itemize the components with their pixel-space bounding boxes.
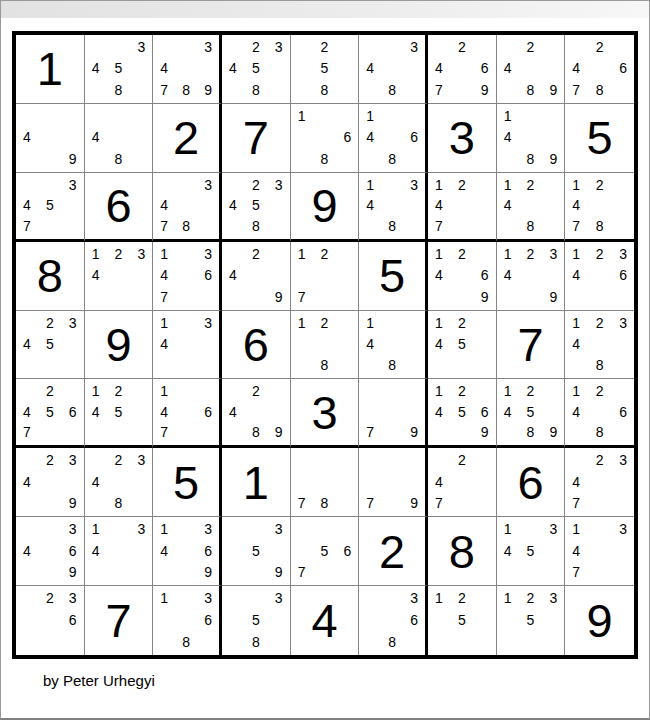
pencil-mark: 1: [298, 109, 306, 123]
cell-r9c8[interactable]: 1235: [497, 586, 566, 655]
pencil-mark: 9: [481, 83, 489, 97]
pencil-mark: 2: [458, 247, 466, 261]
top-bar: [1, 1, 649, 18]
pencil-mark: 1: [572, 247, 580, 261]
pencil-marks: 124569: [428, 379, 496, 445]
pencil-marks: 1348: [359, 173, 425, 239]
pencil-mark: 8: [321, 83, 329, 97]
pencil-mark: 8: [596, 358, 604, 372]
pencil-marks: 24679: [428, 35, 496, 103]
cell-r4c1[interactable]: 8: [16, 242, 85, 311]
pencil-mark: 1: [298, 247, 306, 261]
pencil-marks: 2345: [16, 311, 84, 379]
pencil-mark: 4: [435, 61, 443, 75]
pencil-mark: 4: [504, 405, 512, 419]
big-digit: 8: [37, 252, 63, 299]
cell-r9c1[interactable]: 236: [16, 586, 85, 655]
pencil-mark: 8: [527, 152, 535, 166]
attribution-text: by Peter Urhegyi: [43, 672, 155, 689]
pencil-mark: 1: [572, 178, 580, 192]
pencil-mark: 8: [596, 219, 604, 233]
cell-r6c3[interactable]: 1467: [153, 379, 222, 448]
cell-r9c4[interactable]: 358: [222, 586, 291, 655]
cell-r8c4[interactable]: 359: [222, 517, 291, 586]
cell-r4c4[interactable]: 249: [222, 242, 291, 311]
pencil-mark: 4: [92, 544, 100, 558]
cell-r6c9[interactable]: 12468: [565, 379, 634, 448]
cell-r7c7[interactable]: 247: [428, 448, 497, 517]
cell-r6c7[interactable]: 124569: [428, 379, 497, 448]
pencil-mark: 4: [572, 337, 580, 351]
pencil-mark: 2: [252, 384, 260, 398]
pencil-mark: 4: [160, 337, 168, 351]
pencil-mark: 2: [115, 453, 123, 467]
cell-r4c2[interactable]: 1234: [85, 242, 154, 311]
pencil-marks: 2348: [85, 448, 153, 516]
pencil-mark: 3: [619, 316, 627, 330]
cell-r3c9[interactable]: 12478: [565, 173, 634, 242]
pencil-mark: 8: [182, 83, 190, 97]
pencil-marks: 127: [291, 242, 359, 310]
pencil-mark: 5: [458, 337, 466, 351]
cell-r7c2[interactable]: 2348: [85, 448, 154, 517]
cell-r7c4[interactable]: 1: [222, 448, 291, 517]
pencil-mark: 2: [527, 247, 535, 261]
pencil-mark: 1: [572, 316, 580, 330]
pencil-mark: 1: [160, 384, 168, 398]
pencil-mark: 1: [572, 522, 580, 536]
cell-r5c9[interactable]: 12348: [565, 311, 634, 380]
pencil-mark: 2: [527, 178, 535, 192]
cell-r8c9[interactable]: 1347: [565, 517, 634, 586]
cell-r8c7[interactable]: 8: [428, 517, 497, 586]
pencil-mark: 8: [388, 219, 396, 233]
pencil-marks: 1234: [85, 242, 153, 310]
pencil-mark: 5: [115, 405, 123, 419]
cell-r7c8[interactable]: 6: [497, 448, 566, 517]
pencil-marks: 2347: [565, 448, 634, 516]
pencil-mark: 9: [550, 425, 558, 439]
cell-r4c3[interactable]: 13467: [153, 242, 222, 311]
pencil-marks: 1468: [359, 104, 425, 172]
cell-r7c5[interactable]: 78: [291, 448, 360, 517]
pencil-mark: 3: [410, 591, 418, 605]
cell-r5c5[interactable]: 128: [291, 311, 360, 380]
big-digit: 7: [517, 321, 543, 368]
cell-r4c7[interactable]: 12469: [428, 242, 497, 311]
big-digit: 2: [173, 114, 199, 161]
pencil-mark: 1: [572, 384, 580, 398]
pencil-marks: 247: [428, 448, 496, 516]
pencil-mark: 8: [388, 152, 396, 166]
cell-r3c2[interactable]: 6: [85, 173, 154, 242]
pencil-mark: 9: [275, 290, 283, 304]
pencil-mark: 3: [550, 247, 558, 261]
pencil-mark: 2: [321, 247, 329, 261]
cell-r8c2[interactable]: 134: [85, 517, 154, 586]
pencil-mark: 5: [252, 544, 260, 558]
cell-r1c6[interactable]: 348: [359, 35, 428, 104]
pencil-marks: 23458: [222, 35, 290, 103]
pencil-mark: 4: [366, 61, 374, 75]
pencil-mark: 4: [435, 475, 443, 489]
pencil-mark: 4: [366, 337, 374, 351]
pencil-mark: 9: [410, 496, 418, 510]
pencil-mark: 2: [527, 40, 535, 54]
cell-r2c3[interactable]: 2: [153, 104, 222, 173]
pencil-marks: 1248: [497, 173, 565, 239]
big-digit: 5: [587, 114, 613, 161]
pencil-mark: 2: [321, 316, 329, 330]
pencil-marks: 348: [359, 35, 425, 103]
pencil-mark: 4: [572, 475, 580, 489]
pencil-mark: 7: [435, 496, 443, 510]
pencil-mark: 4: [435, 405, 443, 419]
pencil-mark: 2: [321, 40, 329, 54]
pencil-mark: 6: [204, 544, 212, 558]
pencil-mark: 4: [160, 544, 168, 558]
pencil-mark: 2: [596, 178, 604, 192]
pencil-mark: 2: [458, 40, 466, 54]
pencil-marks: 12468: [565, 379, 634, 445]
pencil-mark: 4: [160, 61, 168, 75]
cell-r5c4[interactable]: 6: [222, 311, 291, 380]
pencil-mark: 4: [92, 130, 100, 144]
cell-r6c2[interactable]: 1245: [85, 379, 154, 448]
pencil-marks: 128: [291, 311, 359, 379]
pencil-mark: 7: [572, 496, 580, 510]
pencil-marks: 23458: [222, 173, 290, 239]
cell-r2c9[interactable]: 5: [565, 104, 634, 173]
pencil-mark: 8: [252, 219, 260, 233]
pencil-mark: 1: [504, 591, 512, 605]
pencil-mark: 1: [366, 178, 374, 192]
cell-r6c1[interactable]: 24567: [16, 379, 85, 448]
pencil-mark: 5: [252, 613, 260, 627]
cell-r2c8[interactable]: 1489: [497, 104, 566, 173]
pencil-mark: 5: [321, 61, 329, 75]
pencil-marks: 3458: [85, 35, 153, 103]
pencil-marks: 148: [359, 311, 425, 379]
cell-r7c1[interactable]: 2349: [16, 448, 85, 517]
pencil-mark: 9: [481, 425, 489, 439]
pencil-mark: 2: [46, 316, 54, 330]
pencil-mark: 5: [458, 613, 466, 627]
pencil-mark: 8: [115, 152, 123, 166]
cell-r3c3[interactable]: 3478: [153, 173, 222, 242]
cell-r8c6[interactable]: 2: [359, 517, 428, 586]
cell-r6c4[interactable]: 2489: [222, 379, 291, 448]
cell-r1c7[interactable]: 24679: [428, 35, 497, 104]
pencil-mark: 3: [204, 316, 212, 330]
cell-r3c6[interactable]: 1348: [359, 173, 428, 242]
pencil-mark: 6: [69, 544, 77, 558]
cell-r4c9[interactable]: 12346: [565, 242, 634, 311]
pencil-marks: 134: [85, 517, 153, 585]
pencil-mark: 5: [527, 613, 535, 627]
pencil-mark: 4: [435, 268, 443, 282]
big-digit: 3: [311, 389, 337, 436]
big-digit: 9: [105, 321, 131, 368]
pencil-mark: 8: [321, 358, 329, 372]
pencil-mark: 3: [204, 40, 212, 54]
pencil-mark: 2: [596, 316, 604, 330]
pencil-mark: 6: [344, 544, 352, 558]
cell-r8c5[interactable]: 567: [291, 517, 360, 586]
pencil-mark: 9: [204, 565, 212, 579]
pencil-marks: 1247: [428, 173, 496, 239]
pencil-mark: 1: [435, 591, 443, 605]
pencil-marks: 1489: [497, 104, 565, 172]
pencil-mark: 2: [115, 384, 123, 398]
pencil-mark: 6: [481, 268, 489, 282]
cell-r2c4[interactable]: 7: [222, 104, 291, 173]
cell-r2c2[interactable]: 48: [85, 104, 154, 173]
pencil-mark: 4: [572, 544, 580, 558]
pencil-mark: 6: [481, 405, 489, 419]
pencil-mark: 9: [69, 565, 77, 579]
pencil-marks: 358: [222, 586, 290, 655]
pencil-mark: 7: [160, 425, 168, 439]
pencil-marks: 236: [16, 586, 84, 655]
pencil-mark: 2: [527, 384, 535, 398]
cell-r2c1[interactable]: 49: [16, 104, 85, 173]
pencil-mark: 4: [160, 198, 168, 212]
big-digit: 6: [105, 182, 131, 229]
pencil-mark: 1: [160, 591, 168, 605]
big-digit: 1: [243, 459, 269, 506]
pencil-mark: 6: [619, 268, 627, 282]
pencil-marks: 12478: [565, 173, 634, 239]
pencil-mark: 4: [23, 475, 31, 489]
pencil-mark: 7: [435, 83, 443, 97]
pencil-mark: 6: [410, 613, 418, 627]
pencil-mark: 2: [252, 178, 260, 192]
pencil-mark: 4: [435, 198, 443, 212]
cell-r1c8[interactable]: 2489: [497, 35, 566, 104]
big-digit: 9: [311, 182, 337, 229]
pencil-mark: 2: [252, 40, 260, 54]
cell-r6c8[interactable]: 124589: [497, 379, 566, 448]
pencil-mark: 2: [46, 453, 54, 467]
pencil-mark: 9: [550, 152, 558, 166]
pencil-marks: 2349: [16, 448, 84, 516]
pencil-marks: 1245: [428, 311, 496, 379]
cell-r1c9[interactable]: 24678: [565, 35, 634, 104]
pencil-marks: 79: [359, 379, 425, 445]
pencil-mark: 5: [46, 337, 54, 351]
cell-r3c5[interactable]: 9: [291, 173, 360, 242]
cell-r1c5[interactable]: 258: [291, 35, 360, 104]
pencil-mark: 4: [23, 405, 31, 419]
pencil-mark: 8: [388, 358, 396, 372]
cell-r5c3[interactable]: 134: [153, 311, 222, 380]
pencil-marks: 13469: [153, 517, 219, 585]
pencil-mark: 7: [23, 219, 31, 233]
pencil-mark: 7: [160, 290, 168, 304]
pencil-marks: 24567: [16, 379, 84, 445]
pencil-marks: 3478: [153, 173, 219, 239]
pencil-mark: 1: [298, 316, 306, 330]
pencil-mark: 3: [550, 522, 558, 536]
pencil-mark: 4: [504, 61, 512, 75]
cell-r3c1[interactable]: 3457: [16, 173, 85, 242]
cell-r3c8[interactable]: 1248: [497, 173, 566, 242]
cell-r5c6[interactable]: 148: [359, 311, 428, 380]
pencil-mark: 7: [366, 496, 374, 510]
pencil-mark: 6: [410, 130, 418, 144]
pencil-mark: 1: [504, 247, 512, 261]
pencil-mark: 5: [46, 405, 54, 419]
cell-r4c6[interactable]: 5: [359, 242, 428, 311]
pencil-mark: 3: [619, 247, 627, 261]
pencil-mark: 5: [458, 405, 466, 419]
pencil-mark: 3: [275, 591, 283, 605]
big-digit: 7: [243, 114, 269, 161]
sudoku-board: 1345834789234582583482467924892467849482…: [12, 31, 638, 659]
pencil-marks: 124589: [497, 379, 565, 445]
cell-r5c1[interactable]: 2345: [16, 311, 85, 380]
pencil-mark: 7: [435, 219, 443, 233]
pencil-mark: 4: [366, 130, 374, 144]
cell-r8c3[interactable]: 13469: [153, 517, 222, 586]
pencil-mark: 3: [275, 40, 283, 54]
cell-r9c6[interactable]: 368: [359, 586, 428, 655]
cell-r5c8[interactable]: 7: [497, 311, 566, 380]
pencil-mark: 3: [138, 40, 146, 54]
pencil-mark: 8: [527, 219, 535, 233]
pencil-mark: 8: [182, 635, 190, 649]
cell-r6c5[interactable]: 3: [291, 379, 360, 448]
cell-r9c3[interactable]: 1368: [153, 586, 222, 655]
big-digit: 4: [311, 597, 337, 644]
cell-r8c8[interactable]: 1345: [497, 517, 566, 586]
pencil-marks: 34789: [153, 35, 219, 103]
cell-r4c5[interactable]: 127: [291, 242, 360, 311]
cell-r5c7[interactable]: 1245: [428, 311, 497, 380]
pencil-mark: 1: [435, 178, 443, 192]
pencil-marks: 125: [428, 586, 496, 655]
pencil-mark: 2: [46, 591, 54, 605]
pencil-mark: 4: [23, 198, 31, 212]
cell-r8c1[interactable]: 3469: [16, 517, 85, 586]
cell-r9c7[interactable]: 125: [428, 586, 497, 655]
pencil-mark: 4: [23, 544, 31, 558]
pencil-mark: 8: [115, 83, 123, 97]
cell-r1c2[interactable]: 3458: [85, 35, 154, 104]
pencil-mark: 9: [204, 83, 212, 97]
pencil-mark: 6: [204, 613, 212, 627]
pencil-marks: 78: [291, 448, 359, 516]
cell-r2c6[interactable]: 1468: [359, 104, 428, 173]
pencil-mark: 1: [504, 109, 512, 123]
cell-r9c5[interactable]: 4: [291, 586, 360, 655]
cell-r9c9[interactable]: 9: [565, 586, 634, 655]
pencil-mark: 7: [23, 425, 31, 439]
pencil-marks: 12349: [497, 242, 565, 310]
cell-r7c9[interactable]: 2347: [565, 448, 634, 517]
pencil-mark: 8: [252, 425, 260, 439]
pencil-marks: 13467: [153, 242, 219, 310]
big-digit: 5: [173, 459, 199, 506]
pencil-mark: 2: [458, 453, 466, 467]
pencil-mark: 3: [69, 453, 77, 467]
pencil-mark: 3: [410, 40, 418, 54]
cell-r1c1[interactable]: 1: [16, 35, 85, 104]
cell-r6c6[interactable]: 79: [359, 379, 428, 448]
pencil-mark: 4: [92, 268, 100, 282]
pencil-marks: 12346: [565, 242, 634, 310]
cell-r2c5[interactable]: 168: [291, 104, 360, 173]
pencil-mark: 4: [160, 405, 168, 419]
pencil-marks: 1345: [497, 517, 565, 585]
pencil-mark: 3: [138, 522, 146, 536]
pencil-mark: 9: [410, 425, 418, 439]
cell-r7c6[interactable]: 79: [359, 448, 428, 517]
cell-r3c4[interactable]: 23458: [222, 173, 291, 242]
big-digit: 7: [105, 597, 131, 644]
pencil-mark: 6: [204, 405, 212, 419]
pencil-mark: 7: [298, 565, 306, 579]
pencil-mark: 8: [596, 83, 604, 97]
pencil-mark: 2: [596, 384, 604, 398]
pencil-mark: 3: [275, 178, 283, 192]
pencil-marks: 249: [222, 242, 290, 310]
pencil-mark: 9: [481, 290, 489, 304]
cell-r1c4[interactable]: 23458: [222, 35, 291, 104]
pencil-mark: 1: [160, 522, 168, 536]
big-digit: 1: [37, 45, 63, 92]
pencil-mark: 6: [344, 130, 352, 144]
pencil-mark: 8: [388, 635, 396, 649]
sudoku-page: { "game": "sudoku", "position": "1000000…: [0, 0, 650, 720]
pencil-mark: 3: [410, 178, 418, 192]
pencil-mark: 9: [275, 565, 283, 579]
pencil-marks: 258: [291, 35, 359, 103]
big-digit: 6: [243, 321, 269, 368]
cell-r1c3[interactable]: 34789: [153, 35, 222, 104]
pencil-mark: 8: [252, 635, 260, 649]
pencil-mark: 9: [275, 425, 283, 439]
pencil-mark: 2: [527, 591, 535, 605]
big-digit: 8: [449, 528, 475, 575]
cell-r4c8[interactable]: 12349: [497, 242, 566, 311]
pencil-mark: 2: [458, 591, 466, 605]
pencil-marks: 368: [359, 586, 425, 655]
pencil-mark: 2: [458, 316, 466, 330]
cell-r3c7[interactable]: 1247: [428, 173, 497, 242]
pencil-mark: 1: [504, 178, 512, 192]
pencil-mark: 8: [527, 83, 535, 97]
pencil-mark: 7: [572, 83, 580, 97]
pencil-marks: 12469: [428, 242, 496, 310]
cell-r9c2[interactable]: 7: [85, 586, 154, 655]
cell-r5c2[interactable]: 9: [85, 311, 154, 380]
cell-r7c3[interactable]: 5: [153, 448, 222, 517]
pencil-marks: 3457: [16, 173, 84, 239]
pencil-mark: 8: [115, 496, 123, 510]
pencil-marks: 1347: [565, 517, 634, 585]
pencil-mark: 3: [550, 591, 558, 605]
pencil-mark: 7: [572, 565, 580, 579]
pencil-mark: 3: [69, 522, 77, 536]
pencil-marks: 3469: [16, 517, 84, 585]
pencil-mark: 9: [69, 496, 77, 510]
pencil-mark: 3: [619, 453, 627, 467]
pencil-mark: 4: [572, 405, 580, 419]
cell-r2c7[interactable]: 3: [428, 104, 497, 173]
pencil-marks: 79: [359, 448, 425, 516]
